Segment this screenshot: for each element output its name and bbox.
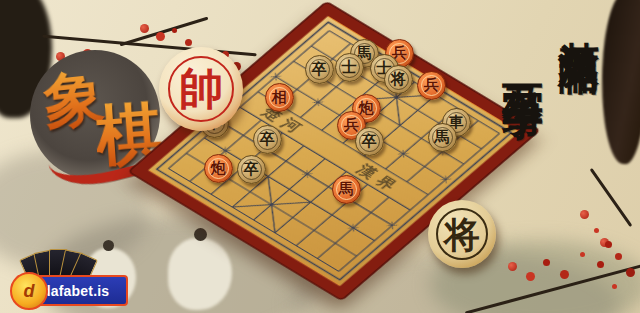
painted-figure-head <box>194 228 207 241</box>
xiangqi-piece-black-卒[interactable]: 卒 <box>355 127 384 156</box>
dafabet-logo[interactable]: d dafabet.is <box>16 275 128 306</box>
plum-blossoms <box>140 24 149 33</box>
dafabet-logo-text: dafabet.is <box>42 283 109 299</box>
xiangqi-piece-red-馬[interactable]: 馬 <box>332 175 361 204</box>
decorative-shuai-piece: 帥 <box>159 47 243 131</box>
piece-ring <box>436 208 488 260</box>
xiangqi-piece-black-将[interactable]: 将 <box>384 65 413 94</box>
piece-glyph: 卒 <box>244 162 259 177</box>
dafabet-disc-icon: d <box>10 272 48 310</box>
piece-glyph: 将 <box>391 72 406 87</box>
slogan-column-right: 楚河汉界相隔 <box>558 8 599 26</box>
xiangqi-piece-black-卒[interactable]: 卒 <box>253 125 282 154</box>
piece-glyph: 馬 <box>435 130 450 145</box>
piece-glyph: 兵 <box>344 118 359 133</box>
plum-blossoms <box>580 210 589 219</box>
piece-glyph: 炮 <box>359 101 374 116</box>
tree-trunk-decoration <box>599 0 640 165</box>
xiangqi-piece-red-兵[interactable]: 兵 <box>417 71 446 100</box>
promo-banner: 象 棋 楚 河 漢 界 馬兵卒士士将兵相炮兵卒車 <box>0 0 640 313</box>
piece-ring <box>168 56 234 122</box>
piece-glyph: 士 <box>342 60 357 75</box>
piece-glyph: 卒 <box>260 132 275 147</box>
plum-branch <box>120 17 209 47</box>
plum-blossoms <box>600 238 609 247</box>
slogan-column-left: 万马千军纷争 <box>502 52 543 70</box>
piece-glyph: 卒 <box>362 134 377 149</box>
piece-glyph: 炮 <box>211 161 226 176</box>
piece-glyph: 馬 <box>339 182 354 197</box>
xiangqi-piece-black-馬[interactable]: 馬 <box>428 123 457 152</box>
plum-branch <box>590 168 633 227</box>
piece-glyph: 卒 <box>312 62 327 77</box>
dafabet-initial: d <box>24 281 35 302</box>
xiangqi-piece-black-卒[interactable]: 卒 <box>237 155 266 184</box>
plum-blossoms <box>508 262 517 271</box>
decorative-jiang-piece: 将 <box>428 200 496 268</box>
piece-glyph: 兵 <box>424 78 439 93</box>
xiangqi-piece-red-相[interactable]: 相 <box>265 83 294 112</box>
xiangqi-piece-black-卒[interactable]: 卒 <box>305 55 334 84</box>
xiangqi-piece-red-炮[interactable]: 炮 <box>204 154 233 183</box>
painted-figure-head <box>103 240 114 251</box>
xiangqi-piece-black-士[interactable]: 士 <box>335 53 364 82</box>
piece-glyph: 相 <box>272 90 287 105</box>
